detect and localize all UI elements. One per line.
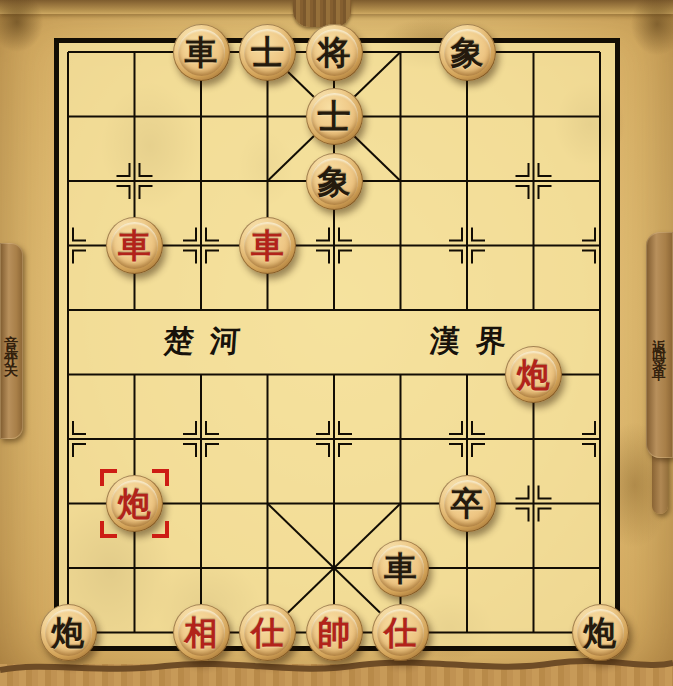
piece-black-cannon[interactable]: 炮 [572, 604, 629, 661]
piece-red-chariot[interactable]: 車 [106, 217, 163, 274]
piece-glyph: 仕 [384, 616, 417, 649]
piece-glyph: 帥 [318, 616, 351, 649]
menu-tab-handle [652, 450, 668, 514]
music-toggle-label: 音乐开关 [3, 323, 21, 359]
piece-glyph: 炮 [118, 487, 151, 520]
music-toggle-tab[interactable]: 音乐开关 [0, 243, 23, 439]
piece-red-cannon[interactable]: 炮 [106, 475, 163, 532]
piece-black-cannon[interactable]: 炮 [40, 604, 97, 661]
piece-face: 仕 [377, 609, 424, 656]
piece-glyph: 卒 [451, 487, 484, 520]
piece-face: 象 [444, 29, 491, 76]
piece-face: 帥 [311, 609, 358, 656]
piece-face: 相 [178, 609, 225, 656]
piece-face: 炮 [510, 351, 557, 398]
piece-glyph: 仕 [251, 616, 284, 649]
piece-face: 車 [178, 29, 225, 76]
piece-red-general[interactable]: 帥 [306, 604, 363, 661]
piece-black-chariot[interactable]: 車 [173, 24, 230, 81]
piece-glyph: 車 [251, 229, 284, 262]
piece-glyph: 象 [451, 36, 484, 69]
piece-face: 炮 [45, 609, 92, 656]
piece-red-cannon[interactable]: 炮 [505, 346, 562, 403]
piece-face: 仕 [244, 609, 291, 656]
piece-black-general[interactable]: 将 [306, 24, 363, 81]
piece-glyph: 車 [384, 552, 417, 585]
piece-face: 卒 [444, 480, 491, 527]
piece-face: 象 [311, 158, 358, 205]
piece-face: 炮 [111, 480, 158, 527]
piece-red-advisor[interactable]: 仕 [372, 604, 429, 661]
piece-glyph: 車 [118, 229, 151, 262]
piece-glyph: 将 [318, 36, 351, 69]
piece-face: 炮 [577, 609, 624, 656]
piece-black-soldier[interactable]: 卒 [439, 475, 496, 532]
game-screen: 楚河 漢界 車士将象士象車車炮炮卒車炮相仕帥仕炮 音乐开关 返回菜单 [0, 0, 673, 686]
return-menu-tab[interactable]: 返回菜单 [646, 232, 673, 458]
piece-glyph: 象 [318, 165, 351, 198]
pieces-layer: 車士将象士象車車炮炮卒車炮相仕帥仕炮 [35, 20, 634, 665]
piece-face: 車 [111, 222, 158, 269]
piece-black-advisor[interactable]: 士 [239, 24, 296, 81]
piece-black-elephant[interactable]: 象 [439, 24, 496, 81]
piece-glyph: 炮 [584, 616, 617, 649]
piece-face: 車 [377, 545, 424, 592]
piece-face: 士 [244, 29, 291, 76]
piece-red-advisor[interactable]: 仕 [239, 604, 296, 661]
piece-glyph: 士 [251, 36, 284, 69]
piece-face: 将 [311, 29, 358, 76]
piece-glyph: 炮 [52, 616, 85, 649]
piece-glyph: 車 [185, 36, 218, 69]
piece-glyph: 相 [185, 616, 218, 649]
piece-black-advisor[interactable]: 士 [306, 88, 363, 145]
piece-black-chariot[interactable]: 車 [372, 540, 429, 597]
piece-red-elephant[interactable]: 相 [173, 604, 230, 661]
piece-glyph: 炮 [517, 358, 550, 391]
piece-red-chariot[interactable]: 車 [239, 217, 296, 274]
return-menu-label: 返回菜单 [651, 327, 669, 363]
piece-black-elephant[interactable]: 象 [306, 153, 363, 210]
piece-face: 士 [311, 93, 358, 140]
piece-face: 車 [244, 222, 291, 269]
piece-glyph: 士 [318, 100, 351, 133]
